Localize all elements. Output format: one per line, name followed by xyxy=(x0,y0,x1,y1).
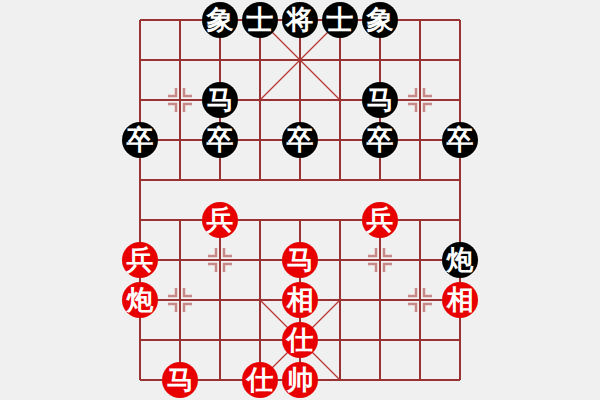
piece-red-pawn[interactable]: 兵 xyxy=(362,202,398,238)
intersection: 相 xyxy=(440,280,480,320)
piece-black-horse[interactable]: 马 xyxy=(202,82,238,118)
piece-black-pawn[interactable]: 卒 xyxy=(442,122,478,158)
intersection: 帅 xyxy=(280,360,320,400)
piece-black-cannon[interactable]: 炮 xyxy=(442,242,478,278)
intersection: 士 xyxy=(240,0,280,40)
piece-black-elephant[interactable]: 象 xyxy=(362,2,398,38)
piece-black-general[interactable]: 将 xyxy=(282,2,318,38)
intersection: 仕 xyxy=(240,360,280,400)
intersection: 卒 xyxy=(440,120,480,160)
piece-black-pawn[interactable]: 卒 xyxy=(362,122,398,158)
intersection: 将 xyxy=(280,0,320,40)
intersection: 士 xyxy=(320,0,360,40)
intersection: 炮 xyxy=(120,280,160,320)
piece-red-elephant[interactable]: 相 xyxy=(442,282,478,318)
piece-red-horse[interactable]: 马 xyxy=(282,242,318,278)
piece-red-cannon[interactable]: 炮 xyxy=(122,282,158,318)
piece-red-pawn[interactable]: 兵 xyxy=(122,242,158,278)
intersection: 兵 xyxy=(360,200,400,240)
piece-red-horse[interactable]: 马 xyxy=(162,362,198,398)
piece-red-advisor[interactable]: 仕 xyxy=(282,322,318,358)
piece-black-pawn[interactable]: 卒 xyxy=(202,122,238,158)
intersection: 卒 xyxy=(360,120,400,160)
piece-black-pawn[interactable]: 卒 xyxy=(282,122,318,158)
piece-black-elephant[interactable]: 象 xyxy=(202,2,238,38)
intersection: 仕 xyxy=(280,320,320,360)
piece-black-pawn[interactable]: 卒 xyxy=(122,122,158,158)
piece-black-advisor[interactable]: 士 xyxy=(322,2,358,38)
piece-black-advisor[interactable]: 士 xyxy=(242,2,278,38)
intersection: 卒 xyxy=(120,120,160,160)
piece-red-elephant[interactable]: 相 xyxy=(282,282,318,318)
intersection: 卒 xyxy=(200,120,240,160)
piece-red-pawn[interactable]: 兵 xyxy=(202,202,238,238)
xiangqi-app: 象士将士象马马卒卒卒卒卒兵兵兵马炮炮相相仕马仕帅 xyxy=(0,0,600,400)
intersection: 象 xyxy=(360,0,400,40)
intersection: 马 xyxy=(200,80,240,120)
intersection: 相 xyxy=(280,280,320,320)
intersection: 马 xyxy=(160,360,200,400)
piece-black-horse[interactable]: 马 xyxy=(362,82,398,118)
intersection: 马 xyxy=(360,80,400,120)
xiangqi-board[interactable]: 象士将士象马马卒卒卒卒卒兵兵兵马炮炮相相仕马仕帅 xyxy=(120,0,480,400)
intersection: 兵 xyxy=(120,240,160,280)
piece-red-general[interactable]: 帅 xyxy=(282,362,318,398)
intersection: 兵 xyxy=(200,200,240,240)
piece-red-advisor[interactable]: 仕 xyxy=(242,362,278,398)
intersection: 象 xyxy=(200,0,240,40)
intersection: 马 xyxy=(280,240,320,280)
intersection: 炮 xyxy=(440,240,480,280)
intersection: 卒 xyxy=(280,120,320,160)
